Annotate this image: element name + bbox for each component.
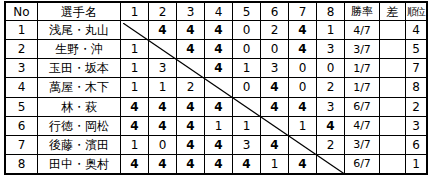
score-cell: 4 xyxy=(177,21,204,39)
score-cell: 4 xyxy=(177,155,204,173)
win-rate: 3/7 xyxy=(345,40,379,58)
col-header-opponent-4: 4 xyxy=(205,3,232,20)
player-name: 萬屋・木下 xyxy=(38,78,120,96)
score-cell: 4 xyxy=(289,40,316,58)
score-cell: 1 xyxy=(317,21,344,39)
score-cell: 3 xyxy=(317,40,344,58)
diff-cell xyxy=(380,78,405,96)
player-name: 生野・沖 xyxy=(38,40,120,58)
score-cell: 1 xyxy=(121,78,148,96)
score-cell: 4 xyxy=(205,136,232,154)
score-cell: 2 xyxy=(177,78,204,96)
row-number: 7 xyxy=(6,136,37,154)
rank-cell: 8 xyxy=(406,78,426,96)
score-cell: 4 xyxy=(149,21,176,39)
rank-cell: 3 xyxy=(406,117,426,135)
col-header-opponent-6: 6 xyxy=(261,3,288,20)
player-name: 林・萩 xyxy=(38,98,120,116)
win-rate: 6/7 xyxy=(345,98,379,116)
win-rate: 3/7 xyxy=(345,136,379,154)
win-rate: 1/7 xyxy=(345,59,379,77)
score-cell: 0 xyxy=(289,59,316,77)
diff-cell xyxy=(380,98,405,116)
score-cell: 1 xyxy=(233,117,260,135)
diff-cell xyxy=(380,136,405,154)
win-rate: 6/7 xyxy=(345,155,379,173)
player-name: 浅尾・丸山 xyxy=(38,21,120,39)
win-rate: 4/7 xyxy=(345,21,379,39)
score-cell: 4 xyxy=(289,98,316,116)
score-cell: 4 xyxy=(317,117,344,135)
row-number: 6 xyxy=(6,117,37,135)
score-cell: 3 xyxy=(149,59,176,77)
score-cell: 4 xyxy=(121,155,148,173)
score-cell xyxy=(121,21,148,39)
score-cell: 2 xyxy=(317,78,344,96)
score-cell: 4 xyxy=(121,98,148,116)
score-cell: 0 xyxy=(149,136,176,154)
score-cell: 2 xyxy=(261,21,288,39)
col-header-rank: 順位 xyxy=(406,3,426,20)
rank-cell: 2 xyxy=(406,98,426,116)
col-header-no: No xyxy=(6,3,37,20)
score-cell: 4 xyxy=(205,21,232,39)
score-cell: 4 xyxy=(149,117,176,135)
row-number: 8 xyxy=(6,155,37,173)
score-cell: 1 xyxy=(205,117,232,135)
row-number: 1 xyxy=(6,21,37,39)
score-cell xyxy=(261,117,288,135)
player-name: 玉田・坂本 xyxy=(38,59,120,77)
score-cell: 4 xyxy=(205,59,232,77)
score-cell xyxy=(233,98,260,116)
score-cell: 1 xyxy=(261,155,288,173)
score-cell xyxy=(289,136,316,154)
col-header-opponent-7: 7 xyxy=(289,3,316,20)
score-cell: 4 xyxy=(177,117,204,135)
diff-cell xyxy=(380,155,405,173)
diff-cell xyxy=(380,59,405,77)
score-cell: 3 xyxy=(261,59,288,77)
win-rate: 4/7 xyxy=(345,117,379,135)
score-cell: 3 xyxy=(233,136,260,154)
score-cell: 4 xyxy=(261,78,288,96)
rank-cell: 7 xyxy=(406,59,426,77)
score-cell: 4 xyxy=(205,155,232,173)
rank-cell: 5 xyxy=(406,40,426,58)
tournament-crosstable: No 選手名 1 2 3 4 5 6 7 8 勝率 差 順位 1 浅尾・丸山 4… xyxy=(4,1,428,175)
col-header-opponent-1: 1 xyxy=(121,3,148,20)
score-cell xyxy=(177,59,204,77)
score-cell: 1 xyxy=(289,117,316,135)
score-cell: 4 xyxy=(205,40,232,58)
score-cell: 1 xyxy=(233,59,260,77)
col-header-player-name: 選手名 xyxy=(38,3,120,20)
score-cell: 0 xyxy=(317,59,344,77)
score-cell: 0 xyxy=(233,40,260,58)
row-number: 4 xyxy=(6,78,37,96)
score-cell: 4 xyxy=(149,98,176,116)
player-name: 田中・奥村 xyxy=(38,155,120,173)
score-cell: 1 xyxy=(149,78,176,96)
rank-cell: 4 xyxy=(406,21,426,39)
score-cell: 4 xyxy=(121,117,148,135)
score-cell: 2 xyxy=(317,136,344,154)
col-header-opponent-8: 8 xyxy=(317,3,344,20)
win-rate: 1/7 xyxy=(345,78,379,96)
score-cell: 4 xyxy=(177,136,204,154)
score-cell: 1 xyxy=(121,40,148,58)
score-cell: 4 xyxy=(261,98,288,116)
score-cell: 0 xyxy=(233,78,260,96)
diff-cell xyxy=(380,21,405,39)
score-cell: 0 xyxy=(261,40,288,58)
col-header-win-rate: 勝率 xyxy=(345,3,379,20)
score-cell: 4 xyxy=(177,98,204,116)
row-number: 3 xyxy=(6,59,37,77)
score-cell: 1 xyxy=(121,59,148,77)
score-cell: 3 xyxy=(317,98,344,116)
diff-cell xyxy=(380,117,405,135)
score-cell: 1 xyxy=(121,136,148,154)
score-cell: 4 xyxy=(233,155,260,173)
col-header-diff: 差 xyxy=(380,3,405,20)
col-header-opponent-5: 5 xyxy=(233,3,260,20)
col-header-opponent-3: 3 xyxy=(177,3,204,20)
score-cell: 4 xyxy=(289,21,316,39)
rank-cell: 1 xyxy=(406,155,426,173)
score-cell xyxy=(317,155,344,173)
score-cell: 4 xyxy=(289,155,316,173)
rank-cell: 6 xyxy=(406,136,426,154)
score-cell: 4 xyxy=(149,155,176,173)
score-cell: 0 xyxy=(233,21,260,39)
score-cell: 0 xyxy=(289,78,316,96)
player-name: 行徳・岡松 xyxy=(38,117,120,135)
row-number: 5 xyxy=(6,98,37,116)
score-cell: 4 xyxy=(261,136,288,154)
diff-cell xyxy=(380,40,405,58)
score-cell xyxy=(149,40,176,58)
row-number: 2 xyxy=(6,40,37,58)
score-cell: 4 xyxy=(205,98,232,116)
score-cell xyxy=(205,78,232,96)
score-cell: 4 xyxy=(177,40,204,58)
player-name: 後藤・濱田 xyxy=(38,136,120,154)
col-header-opponent-2: 2 xyxy=(149,3,176,20)
